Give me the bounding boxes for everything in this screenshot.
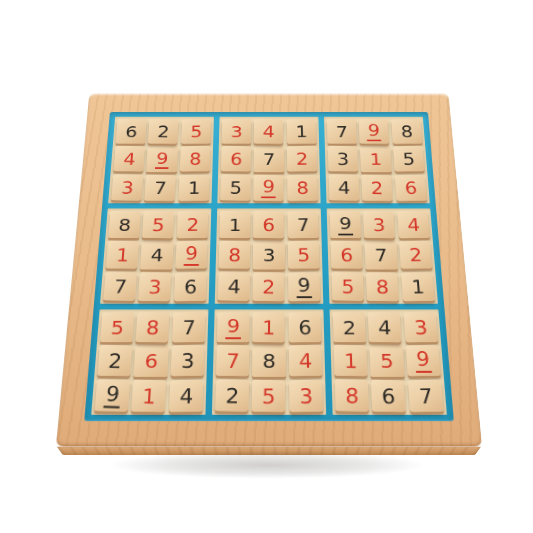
digit-6-red: 6 [402, 178, 418, 197]
digit-3-red: 3 [297, 384, 313, 407]
tile-r1c5[interactable]: 4 [253, 119, 283, 144]
digit-1-black: 1 [294, 123, 308, 141]
block-2-2: 167835429 [214, 208, 323, 303]
digit-2-red: 2 [261, 276, 276, 297]
tile-r7c9[interactable]: 3 [403, 312, 438, 343]
digit-9-black: 9 [103, 382, 121, 407]
tile-r9c9[interactable]: 7 [407, 379, 443, 412]
block-3-3: 243159867 [329, 309, 446, 414]
digit-9-black: 9 [296, 275, 312, 298]
tile-r5c1[interactable]: 1 [105, 241, 139, 270]
digit-5-red: 5 [260, 384, 276, 407]
digit-2-black: 2 [341, 317, 357, 338]
tile-r7c8[interactable]: 4 [368, 312, 402, 343]
tile-r9c4[interactable]: 2 [214, 379, 249, 412]
tile-r2c6[interactable]: 2 [286, 146, 317, 172]
tile-r2c8[interactable]: 1 [360, 146, 391, 172]
tile-r9c2[interactable]: 1 [131, 379, 167, 412]
digit-4-red: 4 [121, 150, 137, 168]
tile-r5c7[interactable]: 6 [330, 241, 362, 270]
block-2-1: 852149736 [100, 208, 211, 303]
tile-r4c2[interactable]: 5 [142, 211, 175, 239]
tile-r6c6[interactable]: 9 [287, 272, 320, 301]
tile-r2c2[interactable]: 9 [146, 146, 177, 172]
digit-8-red: 8 [144, 317, 161, 338]
tile-r6c7[interactable]: 5 [331, 271, 363, 301]
photo-background: { "game": "sudoku", "description": "Comp… [0, 0, 533, 533]
tile-r6c8[interactable]: 8 [366, 272, 399, 301]
digit-2-red: 2 [407, 245, 423, 265]
tile-r3c4[interactable]: 5 [220, 174, 251, 201]
tile-r7c1[interactable]: 5 [100, 312, 135, 342]
digit-7-black: 7 [295, 215, 310, 234]
tile-r4c8[interactable]: 3 [363, 211, 395, 239]
tile-r6c2[interactable]: 3 [138, 272, 172, 301]
tile-r1c1[interactable]: 6 [115, 119, 146, 144]
tile-r8c8[interactable]: 5 [369, 345, 404, 376]
tile-r1c2[interactable]: 2 [148, 119, 179, 144]
sudoku-board-scene: 6254983713416725987983154268521497361678… [74, 60, 464, 450]
digit-5-red: 5 [295, 245, 310, 265]
digit-2-red: 2 [294, 150, 309, 168]
tile-r1c8[interactable]: 9 [359, 119, 389, 144]
digit-7-black: 7 [180, 317, 196, 338]
tile-r8c7[interactable]: 1 [333, 345, 367, 377]
tile-r8c4[interactable]: 7 [215, 345, 249, 377]
block-2-3: 934672581 [326, 208, 437, 303]
digit-2-black: 2 [106, 350, 123, 372]
block-1-2: 341672598 [217, 117, 320, 204]
tile-r2c1[interactable]: 4 [113, 146, 145, 172]
tile-r7c5[interactable]: 1 [252, 312, 285, 343]
tile-r3c5[interactable]: 9 [253, 174, 284, 201]
digit-3-red: 3 [411, 317, 428, 338]
block-3-2: 916784253 [211, 309, 325, 414]
digit-2-red: 2 [369, 178, 384, 197]
digit-9-black: 9 [337, 214, 352, 235]
tile-r4c6[interactable]: 7 [287, 211, 319, 239]
tile-r1c9[interactable]: 8 [390, 119, 422, 144]
digit-6-black: 6 [182, 276, 197, 297]
digit-7-black: 7 [152, 178, 168, 197]
tile-r3c9[interactable]: 6 [394, 174, 427, 201]
tile-r4c1[interactable]: 8 [108, 211, 141, 238]
digit-7-black: 7 [261, 150, 275, 168]
tile-r2c7[interactable]: 3 [327, 146, 357, 172]
tile-r8c3[interactable]: 3 [170, 345, 204, 377]
tile-r5c4[interactable]: 8 [218, 241, 250, 270]
digit-3-black: 3 [179, 350, 195, 372]
digit-5-red: 5 [188, 123, 202, 141]
digit-1-red: 1 [261, 317, 277, 338]
tile-r9c6[interactable]: 3 [288, 379, 322, 412]
digit-9-red: 9 [154, 149, 169, 169]
tile-r2c3[interactable]: 8 [179, 146, 209, 172]
digit-4-black: 4 [226, 276, 242, 297]
digit-4-red: 4 [261, 123, 275, 141]
digit-5-black: 5 [228, 178, 243, 197]
tile-r9c5[interactable]: 5 [251, 379, 285, 412]
digit-8-black: 8 [261, 350, 277, 372]
digit-1-red: 1 [114, 245, 130, 265]
digit-6-black: 6 [296, 317, 312, 338]
digit-3-red: 3 [119, 178, 135, 197]
tile-r3c8[interactable]: 2 [361, 174, 392, 201]
box-front-side [56, 447, 480, 455]
digit-4-red: 4 [297, 350, 313, 372]
tile-r7c6[interactable]: 6 [287, 312, 320, 343]
digit-8-black: 8 [398, 123, 413, 141]
digit-3-red: 3 [371, 215, 386, 234]
tile-r3c3[interactable]: 1 [178, 174, 209, 201]
tile-r3c2[interactable]: 7 [144, 174, 176, 201]
tile-r6c1[interactable]: 7 [103, 271, 137, 301]
tile-r7c4[interactable]: 9 [216, 312, 249, 342]
digit-4-red: 4 [405, 215, 421, 234]
tile-r8c6[interactable]: 4 [288, 345, 322, 377]
tile-r5c9[interactable]: 2 [398, 241, 432, 270]
digit-5-red: 5 [378, 350, 395, 372]
tile-r9c3[interactable]: 4 [168, 379, 202, 412]
digit-6-black: 6 [123, 123, 138, 140]
digit-5-red: 5 [340, 276, 355, 297]
digit-9-red: 9 [225, 316, 241, 340]
digit-2-black: 2 [156, 123, 171, 141]
tile-r8c1[interactable]: 2 [97, 345, 133, 377]
digit-6-red: 6 [261, 215, 276, 234]
wooden-sudoku-box: 6254983713416725987983154268521497361678… [55, 94, 481, 447]
tile-r4c4[interactable]: 1 [219, 211, 250, 238]
block-1-3: 798315426 [324, 117, 430, 204]
tile-r9c7[interactable]: 8 [335, 379, 369, 412]
tile-r5c3[interactable]: 9 [175, 241, 207, 270]
digit-6-black: 6 [380, 384, 397, 407]
digit-2-black: 2 [224, 384, 241, 407]
tile-r4c3[interactable]: 2 [176, 211, 207, 239]
digit-1-red: 1 [342, 350, 358, 372]
digit-9-red: 9 [183, 244, 198, 266]
digit-9-red: 9 [261, 177, 276, 198]
tile-r7c3[interactable]: 7 [171, 312, 204, 343]
digit-8-black: 8 [116, 215, 132, 234]
tile-r5c5[interactable]: 3 [253, 241, 285, 269]
tile-r7c2[interactable]: 8 [135, 312, 169, 343]
tile-r9c1[interactable]: 9 [94, 379, 130, 412]
digit-4-black: 4 [177, 384, 193, 407]
digit-7-black: 7 [416, 384, 434, 407]
digit-4-black: 4 [149, 245, 165, 265]
tile-r1c3[interactable]: 5 [180, 119, 210, 144]
tile-r1c4[interactable]: 3 [221, 119, 251, 144]
digit-1-black: 1 [227, 215, 242, 234]
block-3-1: 587263914 [91, 309, 208, 414]
digit-6-red: 6 [228, 150, 243, 168]
digit-7-black: 7 [334, 123, 349, 140]
digit-4-black: 4 [376, 317, 392, 338]
digit-3-red: 3 [147, 276, 163, 297]
digit-8-red: 8 [343, 384, 359, 407]
tile-r6c4[interactable]: 4 [217, 271, 250, 301]
tile-r8c9[interactable]: 9 [405, 345, 441, 377]
digit-5-red: 5 [150, 215, 166, 234]
tile-r5c6[interactable]: 5 [287, 241, 319, 270]
tile-r4c5[interactable]: 6 [253, 211, 284, 239]
tile-r1c6[interactable]: 1 [286, 119, 316, 144]
tile-r4c7[interactable]: 9 [329, 211, 361, 238]
tile-r9c8[interactable]: 6 [371, 379, 406, 412]
digit-3-black: 3 [335, 150, 349, 168]
blue-grid-base: 6254983713416725987983154268521497361678… [84, 112, 454, 421]
digit-3-red: 3 [229, 123, 243, 140]
digit-2-red: 2 [184, 215, 199, 234]
tile-r3c7[interactable]: 4 [328, 174, 359, 201]
tile-r5c2[interactable]: 4 [140, 241, 173, 269]
tile-r2c4[interactable]: 6 [220, 146, 251, 172]
tile-r3c6[interactable]: 8 [286, 174, 317, 201]
digit-7-black: 7 [112, 276, 129, 297]
digit-5-red: 5 [109, 317, 126, 338]
digit-1-black: 1 [186, 178, 201, 197]
digit-7-red: 7 [224, 350, 240, 372]
digit-9-red: 9 [366, 122, 381, 142]
digit-7-black: 7 [373, 245, 389, 265]
tile-r6c5[interactable]: 2 [252, 272, 284, 301]
digit-1-black: 1 [409, 276, 426, 297]
block-1-1: 625498371 [108, 117, 214, 204]
tile-r5c8[interactable]: 7 [364, 241, 397, 269]
tile-r7c7[interactable]: 2 [332, 312, 366, 342]
digit-6-red: 6 [339, 245, 354, 265]
digit-8-red: 8 [226, 245, 241, 265]
tile-r6c3[interactable]: 6 [173, 272, 205, 301]
tile-r8c5[interactable]: 8 [252, 345, 285, 376]
tile-r8c2[interactable]: 6 [133, 345, 168, 376]
tile-r3c1[interactable]: 3 [111, 174, 144, 201]
tile-r4c9[interactable]: 4 [396, 211, 429, 239]
digit-8-red: 8 [294, 178, 309, 197]
digit-3-black: 3 [261, 245, 276, 265]
digit-6-red: 6 [142, 350, 159, 372]
digit-4-black: 4 [336, 178, 351, 197]
digit-5-black: 5 [400, 150, 416, 168]
digit-8-red: 8 [374, 276, 390, 297]
tile-r1c7[interactable]: 7 [326, 119, 356, 144]
digit-1-red: 1 [368, 150, 383, 168]
tile-r2c9[interactable]: 5 [392, 146, 424, 172]
digit-9-red: 9 [414, 349, 432, 374]
digit-8-red: 8 [187, 150, 201, 168]
digit-1-red: 1 [140, 384, 157, 407]
tile-r2c5[interactable]: 7 [253, 146, 283, 172]
tile-r6c9[interactable]: 1 [400, 272, 434, 301]
wood-frame: 6254983713416725987983154268521497361678… [55, 94, 481, 447]
